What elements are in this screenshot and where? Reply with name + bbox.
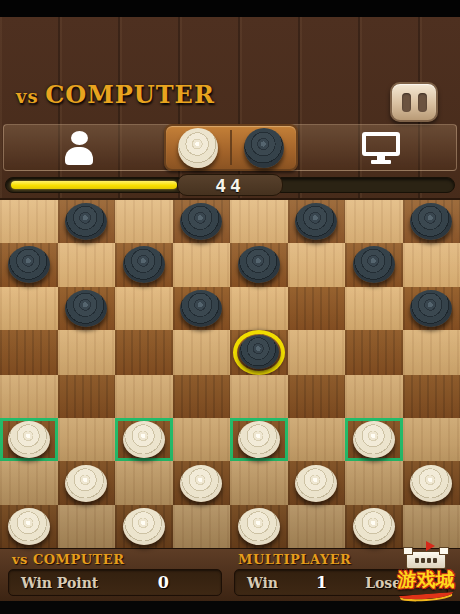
white-checker-icon <box>178 128 218 168</box>
footer-bar: vs COMPUTER MULTIPLAYER Win Point 0 Win … <box>0 548 460 601</box>
board-square[interactable] <box>345 287 403 330</box>
board-square[interactable] <box>58 200 116 243</box>
board-square[interactable] <box>288 287 346 330</box>
board-square[interactable] <box>0 505 58 548</box>
board-square[interactable] <box>58 330 116 375</box>
checkers-board[interactable] <box>0 198 460 548</box>
board-square[interactable] <box>230 287 288 330</box>
board-square[interactable] <box>115 243 173 286</box>
board-square[interactable] <box>403 243 460 286</box>
board-square[interactable] <box>230 461 288 504</box>
page-title: vs COMPUTER <box>16 80 276 109</box>
white-piece[interactable] <box>410 465 452 502</box>
pause-icon <box>402 93 411 112</box>
multiplayer-header: MULTIPLAYER <box>238 552 351 567</box>
person-icon <box>64 131 94 165</box>
board-square[interactable] <box>115 418 173 461</box>
watermark-logo: 游戏城 <box>392 541 460 611</box>
computer-player-slot <box>306 132 456 164</box>
board-square[interactable] <box>288 243 346 286</box>
board-square[interactable] <box>0 330 58 375</box>
white-piece[interactable] <box>353 421 395 458</box>
board-square[interactable] <box>58 375 116 418</box>
white-piece[interactable] <box>8 421 50 458</box>
board-square[interactable] <box>115 375 173 418</box>
board-square[interactable] <box>115 287 173 330</box>
board-square[interactable] <box>173 418 231 461</box>
white-side-slot <box>166 126 230 169</box>
black-piece[interactable] <box>353 246 395 283</box>
board-square[interactable] <box>173 330 231 375</box>
board-square[interactable] <box>230 505 288 548</box>
board-square[interactable] <box>288 200 346 243</box>
board-square[interactable] <box>58 418 116 461</box>
board-square[interactable] <box>0 243 58 286</box>
last-move-highlight <box>233 330 285 375</box>
win-point-label: Win Point <box>21 575 98 591</box>
black-piece[interactable] <box>8 246 50 283</box>
board-square[interactable] <box>288 461 346 504</box>
white-piece[interactable] <box>295 465 337 502</box>
bottom-letterbox <box>0 601 460 614</box>
monitor-icon <box>362 132 400 164</box>
board-square[interactable] <box>0 200 58 243</box>
board-square[interactable] <box>345 243 403 286</box>
board-square[interactable] <box>345 330 403 375</box>
pause-button[interactable] <box>390 82 438 122</box>
board-square[interactable] <box>0 418 58 461</box>
board-square[interactable] <box>288 505 346 548</box>
board-square[interactable] <box>403 200 460 243</box>
black-piece[interactable] <box>180 203 222 240</box>
castle-icon <box>406 551 446 569</box>
board-square[interactable] <box>288 330 346 375</box>
move-counter-value: 44 <box>215 175 245 196</box>
black-piece[interactable] <box>410 290 452 327</box>
board-square[interactable] <box>115 461 173 504</box>
white-piece[interactable] <box>238 508 280 545</box>
board-square[interactable] <box>115 505 173 548</box>
board-square[interactable] <box>403 418 460 461</box>
board-square[interactable] <box>403 287 460 330</box>
board-square[interactable] <box>403 375 460 418</box>
black-piece[interactable] <box>65 203 107 240</box>
white-piece[interactable] <box>8 508 50 545</box>
board-square[interactable] <box>230 200 288 243</box>
black-piece[interactable] <box>65 290 107 327</box>
pause-icon <box>418 93 427 112</box>
black-piece[interactable] <box>180 290 222 327</box>
board-square[interactable] <box>58 287 116 330</box>
human-player-slot <box>4 131 154 165</box>
move-counter-box: 44 <box>177 174 283 196</box>
white-piece[interactable] <box>238 421 280 458</box>
player-bar <box>3 124 457 171</box>
board-square[interactable] <box>345 200 403 243</box>
game-screen: vs COMPUTER <box>0 0 460 614</box>
board-square[interactable] <box>173 461 231 504</box>
board-square[interactable] <box>403 461 460 504</box>
title-prefix: vs <box>16 86 39 107</box>
black-piece[interactable] <box>238 246 280 283</box>
board-square[interactable] <box>0 375 58 418</box>
board-square[interactable] <box>115 330 173 375</box>
board-square[interactable] <box>58 505 116 548</box>
timer-progress-fill <box>11 181 177 189</box>
flag-icon <box>426 541 435 551</box>
board-square[interactable] <box>58 243 116 286</box>
board-square[interactable] <box>345 375 403 418</box>
white-piece[interactable] <box>180 465 222 502</box>
win-point-box: Win Point 0 <box>8 569 222 596</box>
top-letterbox <box>0 0 460 17</box>
board-square[interactable] <box>230 418 288 461</box>
win-point-value: 0 <box>158 573 169 592</box>
black-piece[interactable] <box>410 203 452 240</box>
board-square[interactable] <box>173 505 231 548</box>
black-piece[interactable] <box>123 246 165 283</box>
board-square[interactable] <box>173 200 231 243</box>
title-text: COMPUTER <box>45 80 215 109</box>
turn-indicator-panel <box>164 124 298 171</box>
board-square[interactable] <box>0 287 58 330</box>
board-square[interactable] <box>230 330 288 375</box>
board-square[interactable] <box>288 375 346 418</box>
board-square[interactable] <box>173 287 231 330</box>
board-square[interactable] <box>230 375 288 418</box>
board-square[interactable] <box>288 418 346 461</box>
vs-computer-header: vs COMPUTER <box>12 552 124 567</box>
board-square[interactable] <box>345 418 403 461</box>
board-square[interactable] <box>345 461 403 504</box>
win-label: Win <box>247 575 278 591</box>
white-piece[interactable] <box>353 508 395 545</box>
board-square[interactable] <box>403 330 460 375</box>
white-piece[interactable] <box>65 465 107 502</box>
board-square[interactable] <box>173 243 231 286</box>
black-checker-icon <box>244 128 284 168</box>
board-square[interactable] <box>0 461 58 504</box>
black-side-slot <box>232 126 296 169</box>
board-square[interactable] <box>230 243 288 286</box>
board-square[interactable] <box>58 461 116 504</box>
black-piece[interactable] <box>239 335 279 369</box>
white-piece[interactable] <box>123 421 165 458</box>
black-piece[interactable] <box>295 203 337 240</box>
board-square[interactable] <box>173 375 231 418</box>
board-square[interactable] <box>115 200 173 243</box>
win-value: 1 <box>316 573 327 592</box>
white-piece[interactable] <box>123 508 165 545</box>
